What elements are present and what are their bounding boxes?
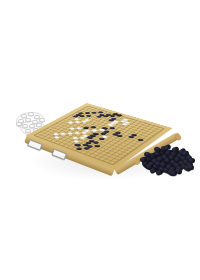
white-stone: [28, 112, 33, 116]
white-stone: [16, 122, 21, 126]
product-photo: [0, 0, 200, 280]
corner-foot: [174, 132, 182, 141]
white-stone: [39, 118, 44, 122]
white-stone: [22, 124, 27, 128]
white-stone: [25, 118, 30, 122]
